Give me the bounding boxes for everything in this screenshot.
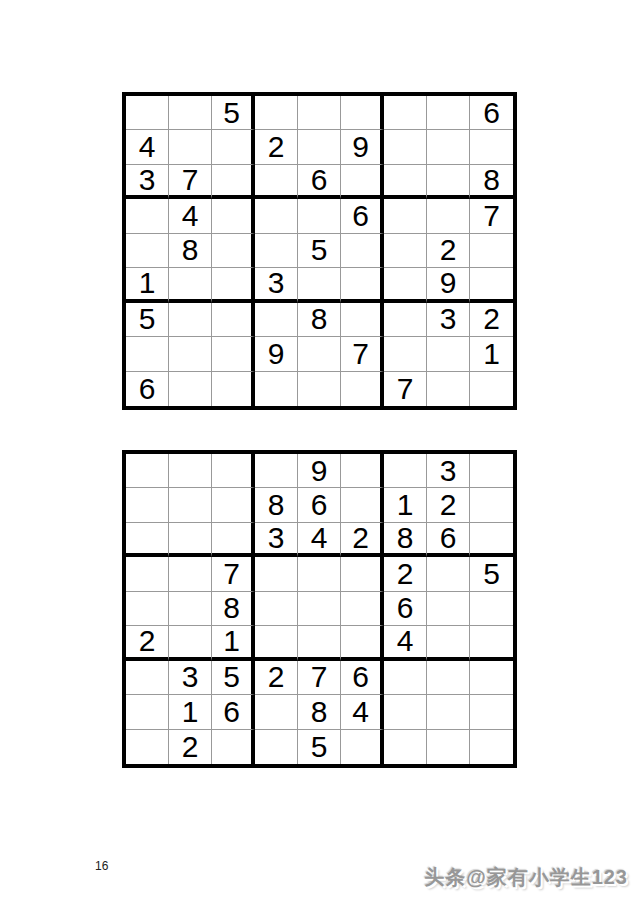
cell-r2c4: 8	[255, 488, 298, 522]
cell-r3c6: 2	[341, 523, 384, 557]
cell-r4c8	[427, 199, 470, 233]
cell-r7c4: 2	[255, 661, 298, 695]
cell-r9c1: 6	[126, 372, 169, 406]
cell-r5c5: 5	[298, 234, 341, 268]
cell-r6c8	[427, 626, 470, 660]
cell-r5c3	[212, 234, 255, 268]
cell-r1c3	[212, 454, 255, 488]
cell-r2c7	[384, 130, 427, 164]
cell-r6c1: 1	[126, 268, 169, 302]
cell-r6c6	[341, 268, 384, 302]
cell-r3c3	[212, 165, 255, 199]
worksheet-page: 564293768467852139583297167 938612342867…	[0, 0, 640, 906]
cell-r3c1: 3	[126, 165, 169, 199]
cell-r5c6	[341, 592, 384, 626]
cell-r4c4	[255, 199, 298, 233]
cell-r2c5	[298, 130, 341, 164]
cell-r6c1: 2	[126, 626, 169, 660]
cell-r9c7: 7	[384, 372, 427, 406]
cell-r7c3: 5	[212, 661, 255, 695]
cell-r8c5: 8	[298, 695, 341, 729]
cell-r4c9: 7	[470, 199, 513, 233]
cell-r1c6	[341, 96, 384, 130]
cell-r2c4: 2	[255, 130, 298, 164]
cell-r3c8: 6	[427, 523, 470, 557]
cell-r1c8: 3	[427, 454, 470, 488]
cell-r3c7	[384, 165, 427, 199]
cell-r9c8	[427, 730, 470, 764]
cell-r9c5	[298, 372, 341, 406]
cell-r1c4	[255, 96, 298, 130]
cell-r6c7: 4	[384, 626, 427, 660]
cell-r8c7	[384, 337, 427, 371]
cell-r1c7	[384, 96, 427, 130]
cell-r6c5	[298, 268, 341, 302]
cell-r9c4	[255, 730, 298, 764]
cell-r1c7	[384, 454, 427, 488]
cell-r3c7: 8	[384, 523, 427, 557]
cell-r5c1	[126, 592, 169, 626]
watermark-text: 头条@家有小学生123	[424, 864, 628, 891]
cell-r3c2: 7	[169, 165, 212, 199]
cell-r6c8: 9	[427, 268, 470, 302]
cell-r6c2	[169, 626, 212, 660]
cell-r4c6	[341, 557, 384, 591]
cell-r7c8	[427, 661, 470, 695]
cell-r2c7: 1	[384, 488, 427, 522]
cell-r1c8	[427, 96, 470, 130]
cell-r3c5: 6	[298, 165, 341, 199]
cell-r4c2: 4	[169, 199, 212, 233]
page-number: 16	[95, 859, 108, 873]
cell-r5c1	[126, 234, 169, 268]
cell-r4c3: 7	[212, 557, 255, 591]
cell-r1c5	[298, 96, 341, 130]
cell-r7c2: 3	[169, 661, 212, 695]
cell-r8c2	[169, 337, 212, 371]
cell-r7c6	[341, 303, 384, 337]
cell-r6c9	[470, 268, 513, 302]
cell-r3c2	[169, 523, 212, 557]
cell-r2c9	[470, 488, 513, 522]
cell-r7c3	[212, 303, 255, 337]
cell-r8c4	[255, 695, 298, 729]
cell-r9c4	[255, 372, 298, 406]
cell-r2c6	[341, 488, 384, 522]
cell-r9c7	[384, 730, 427, 764]
cell-r5c4	[255, 592, 298, 626]
cell-r6c5	[298, 626, 341, 660]
cell-r3c9	[470, 523, 513, 557]
cell-r7c6: 6	[341, 661, 384, 695]
cell-r6c4	[255, 626, 298, 660]
cell-r7c4	[255, 303, 298, 337]
cell-r7c8: 3	[427, 303, 470, 337]
cell-r9c6	[341, 372, 384, 406]
cell-r8c6: 7	[341, 337, 384, 371]
cell-r2c3	[212, 488, 255, 522]
cell-r7c9: 2	[470, 303, 513, 337]
cell-r6c9	[470, 626, 513, 660]
cell-r8c9	[470, 695, 513, 729]
cell-r1c9	[470, 454, 513, 488]
cell-r4c5	[298, 199, 341, 233]
cell-r3c3	[212, 523, 255, 557]
cell-r4c5	[298, 557, 341, 591]
cell-r2c8	[427, 130, 470, 164]
cell-r6c2	[169, 268, 212, 302]
cell-r9c6	[341, 730, 384, 764]
cell-r7c1	[126, 661, 169, 695]
cell-r7c9	[470, 661, 513, 695]
sudoku-board-bottom: 938612342867258621435276168425	[122, 450, 517, 768]
cell-r7c5: 7	[298, 661, 341, 695]
cell-r4c7: 2	[384, 557, 427, 591]
cell-r2c8: 2	[427, 488, 470, 522]
cell-r5c4	[255, 234, 298, 268]
cell-r5c5	[298, 592, 341, 626]
cell-r9c9	[470, 372, 513, 406]
cell-r5c9	[470, 234, 513, 268]
cell-r3c8	[427, 165, 470, 199]
cell-r4c2	[169, 557, 212, 591]
cell-r6c3: 1	[212, 626, 255, 660]
cell-r6c4: 3	[255, 268, 298, 302]
cell-r8c8	[427, 337, 470, 371]
cell-r2c3	[212, 130, 255, 164]
cell-r1c2	[169, 454, 212, 488]
cell-r9c1	[126, 730, 169, 764]
cell-r3c4: 3	[255, 523, 298, 557]
cell-r5c2: 8	[169, 234, 212, 268]
cell-r1c3: 5	[212, 96, 255, 130]
cell-r2c9	[470, 130, 513, 164]
cell-r8c3: 6	[212, 695, 255, 729]
cell-r2c6: 9	[341, 130, 384, 164]
cell-r5c7: 6	[384, 592, 427, 626]
cell-r2c5: 6	[298, 488, 341, 522]
cell-r8c5	[298, 337, 341, 371]
cell-r5c9	[470, 592, 513, 626]
cell-r9c3	[212, 372, 255, 406]
cell-r9c5: 5	[298, 730, 341, 764]
cell-r9c2: 2	[169, 730, 212, 764]
cell-r8c1	[126, 695, 169, 729]
cell-r8c8	[427, 695, 470, 729]
cell-r3c6	[341, 165, 384, 199]
cell-r9c3	[212, 730, 255, 764]
cell-r3c4	[255, 165, 298, 199]
cell-r1c9: 6	[470, 96, 513, 130]
cell-r4c8	[427, 557, 470, 591]
cell-r4c6: 6	[341, 199, 384, 233]
cell-r5c8	[427, 592, 470, 626]
cell-r7c7	[384, 303, 427, 337]
cell-r1c1	[126, 454, 169, 488]
cell-r1c2	[169, 96, 212, 130]
cell-r5c3: 8	[212, 592, 255, 626]
cell-r5c2	[169, 592, 212, 626]
cell-r4c1	[126, 557, 169, 591]
cell-r4c7	[384, 199, 427, 233]
cell-r6c7	[384, 268, 427, 302]
cell-r8c9: 1	[470, 337, 513, 371]
cell-r1c1	[126, 96, 169, 130]
cell-r8c3	[212, 337, 255, 371]
cell-r1c6	[341, 454, 384, 488]
cell-r5c6	[341, 234, 384, 268]
cell-r4c3	[212, 199, 255, 233]
cell-r4c1	[126, 199, 169, 233]
cell-r8c1	[126, 337, 169, 371]
cell-r8c7	[384, 695, 427, 729]
cell-r1c5: 9	[298, 454, 341, 488]
cell-r7c5: 8	[298, 303, 341, 337]
sudoku-board-top: 564293768467852139583297167	[122, 92, 517, 410]
cell-r3c1	[126, 523, 169, 557]
cell-r3c5: 4	[298, 523, 341, 557]
cell-r7c2	[169, 303, 212, 337]
cell-r5c7	[384, 234, 427, 268]
cell-r8c4: 9	[255, 337, 298, 371]
cell-r4c4	[255, 557, 298, 591]
cell-r8c6: 4	[341, 695, 384, 729]
cell-r2c2	[169, 488, 212, 522]
cell-r5c8: 2	[427, 234, 470, 268]
cell-r2c2	[169, 130, 212, 164]
cell-r7c7	[384, 661, 427, 695]
cell-r2c1: 4	[126, 130, 169, 164]
cell-r9c9	[470, 730, 513, 764]
cell-r6c6	[341, 626, 384, 660]
cell-r4c9: 5	[470, 557, 513, 591]
cell-r8c2: 1	[169, 695, 212, 729]
cell-r3c9: 8	[470, 165, 513, 199]
cell-r6c3	[212, 268, 255, 302]
cell-r2c1	[126, 488, 169, 522]
cell-r9c8	[427, 372, 470, 406]
cell-r9c2	[169, 372, 212, 406]
cell-r7c1: 5	[126, 303, 169, 337]
cell-r1c4	[255, 454, 298, 488]
